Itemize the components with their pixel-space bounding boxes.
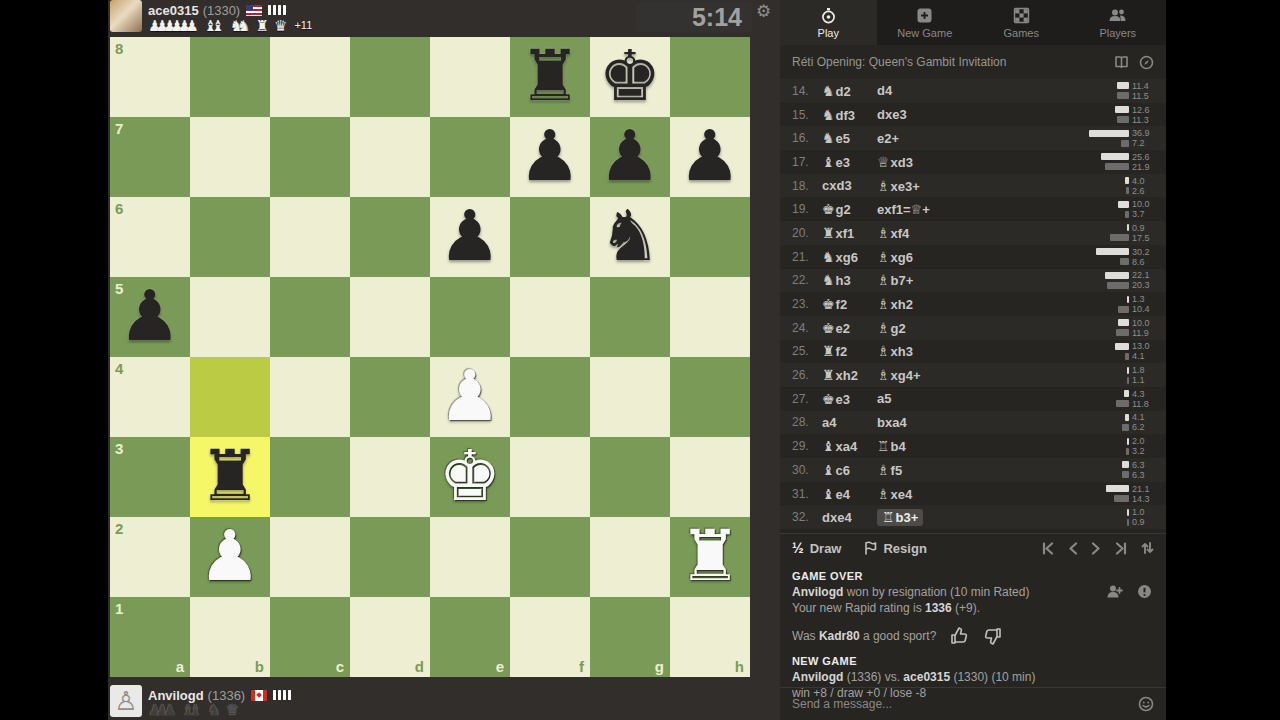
black-rook-b3[interactable]: ♜ [190, 437, 270, 517]
square-h4[interactable] [670, 357, 750, 437]
move-bcol[interactable]: bxa4 [877, 415, 992, 430]
square-b3[interactable]: ♜ [190, 437, 270, 517]
move-bcol[interactable]: ♗xg6 [877, 249, 992, 265]
captured-r-group: ♜ [256, 19, 269, 33]
square-e7[interactable] [430, 117, 510, 197]
move-times: 21.114.3 [1010, 484, 1160, 504]
square-b7[interactable] [190, 117, 270, 197]
add-friend-icon[interactable] [1106, 584, 1123, 599]
square-a5[interactable]: 5♟ [110, 277, 190, 357]
move-row-30: 30.♝c6♗f56.36.3 [780, 458, 1166, 482]
chat-bar: Send a message... [780, 687, 1166, 720]
smiley-icon[interactable] [1138, 696, 1154, 712]
move-row-29: 29.♝xa4♖b42.03.2 [780, 434, 1166, 458]
square-c4[interactable] [270, 357, 350, 437]
move-times: 13.04.1 [1010, 341, 1160, 361]
move-wcol[interactable]: ♝e4 [822, 486, 877, 502]
move-number: 23. [792, 297, 822, 311]
move-wcol[interactable]: a4 [822, 415, 877, 430]
black-rook-f8[interactable]: ♜ [510, 37, 590, 117]
captured-n-group: ♞ [207, 703, 220, 717]
move-bcol[interactable]: ♗xh3 [877, 343, 992, 359]
move-row-20: 20.♜xf1♗xf40.917.5 [780, 221, 1166, 245]
tab-players[interactable]: Players [1070, 0, 1167, 45]
sportsmanship-row: Was Kadr80 a good sport? [780, 618, 1166, 647]
square-e3[interactable]: ♚ [430, 437, 510, 517]
square-a6[interactable]: 6 [110, 197, 190, 277]
opponent-clock: 5:14 [636, 2, 752, 32]
move-row-26: 26.♜xh2♗xg4+1.81.1 [780, 363, 1166, 387]
move-number: 30. [792, 463, 822, 477]
move-wcol[interactable]: ♞h3 [822, 272, 877, 288]
square-g2[interactable] [590, 517, 670, 597]
square-c1[interactable]: c [270, 597, 350, 677]
rank-label: 1 [115, 600, 123, 617]
rank-label: 3 [115, 440, 123, 457]
black-pawn-h7[interactable]: ♟ [670, 117, 750, 197]
square-b5[interactable] [190, 277, 270, 357]
square-h7[interactable]: ♟ [670, 117, 750, 197]
tab-new-game[interactable]: New Game [877, 0, 974, 45]
move-bcol[interactable]: ♗g2 [877, 320, 992, 336]
square-d6[interactable] [350, 197, 430, 277]
white-king-e3[interactable]: ♚ [430, 437, 510, 517]
move-number: 31. [792, 487, 822, 501]
move-number: 24. [792, 321, 822, 335]
move-number: 32. [792, 510, 822, 524]
square-c3[interactable] [270, 437, 350, 517]
move-wcol[interactable]: dxe4 [822, 510, 877, 525]
explorer-icon[interactable] [1139, 55, 1154, 70]
square-b6[interactable] [190, 197, 270, 277]
square-g8[interactable]: ♚ [590, 37, 670, 117]
file-label: b [255, 658, 264, 675]
square-a8[interactable]: 8 [110, 37, 190, 117]
app-window: ace0315(1330) ♟♟♟♟♟♟♝♝♞♞♜♛+11 5:14 ⚙ 8♜♚… [0, 0, 1280, 720]
square-g6[interactable]: ♞ [590, 197, 670, 277]
move-bcol[interactable]: ♗xe3+ [877, 178, 992, 194]
move-wcol[interactable]: ♞d2 [822, 83, 877, 99]
move-number: 20. [792, 226, 822, 240]
chat-input[interactable]: Send a message... [792, 697, 892, 711]
avatar[interactable]: ♙ [110, 685, 142, 717]
move-row-22: 22.♞h3♗b7+22.120.3 [780, 269, 1166, 293]
move-times: 4.311.8 [1010, 389, 1160, 409]
square-f8[interactable]: ♜ [510, 37, 590, 117]
move-row-27: 27.♚e3a54.311.8 [780, 387, 1166, 411]
rank-label: 6 [115, 200, 123, 217]
move-times: 11.411.5 [1010, 81, 1160, 101]
move-bcol[interactable]: ♗xe4 [877, 486, 992, 502]
square-g1[interactable]: g [590, 597, 670, 677]
move-bcol[interactable]: ♖b4 [877, 438, 992, 454]
captured-p-group: ♟♟♟ [148, 703, 176, 717]
move-number: 28. [792, 415, 822, 429]
gear-icon[interactable]: ⚙ [756, 1, 771, 21]
square-b2[interactable]: ♟ [190, 517, 270, 597]
move-times: 25.621.9 [1010, 152, 1160, 172]
move-nav [1041, 541, 1154, 555]
square-h3[interactable] [670, 437, 750, 517]
square-e5[interactable] [430, 277, 510, 357]
game-over-title: GAME OVER [792, 570, 1154, 582]
square-g3[interactable] [590, 437, 670, 517]
move-row-15: 15.♞df3dxe312.611.3 [780, 103, 1166, 127]
move-number: 26. [792, 368, 822, 382]
white-pawn-b2[interactable]: ♟ [190, 517, 270, 597]
board-panel: ace0315(1330) ♟♟♟♟♟♟♝♝♞♞♜♛+11 5:14 ⚙ 8♜♚… [108, 0, 780, 720]
move-list: 14.♞d2d411.411.515.♞df3dxe312.611.316.♞e… [780, 79, 1166, 529]
file-label: a [176, 658, 184, 675]
rank-label: 2 [115, 520, 123, 537]
move-times: 0.917.5 [1010, 223, 1160, 243]
square-e8[interactable] [430, 37, 510, 117]
file-label: d [415, 658, 424, 675]
opening-name[interactable]: Réti Opening: Queen's Gambit Invitation [780, 45, 1166, 79]
move-wcol[interactable]: ♚e2 [822, 320, 877, 336]
connection-bars-icon [268, 3, 288, 18]
next-move-icon[interactable] [1091, 542, 1101, 555]
move-times: 30.28.6 [1010, 247, 1160, 267]
square-a7[interactable]: 7 [110, 117, 190, 197]
rank-label: 7 [115, 120, 123, 137]
square-h2[interactable]: ♜ [670, 517, 750, 597]
black-pawn-f7[interactable]: ♟ [510, 117, 590, 197]
rank-label: 5 [115, 280, 123, 297]
move-bcol[interactable]: ♗xh2 [877, 296, 992, 312]
square-e1[interactable]: e [430, 597, 510, 677]
move-wcol[interactable]: ♚f2 [822, 296, 877, 312]
square-f6[interactable] [510, 197, 590, 277]
move-row-14: 14.♞d2d411.411.5 [780, 79, 1166, 103]
captured-b-group: ♝♝ [181, 703, 202, 717]
move-times: 36.97.2 [1010, 128, 1160, 148]
square-d5[interactable] [350, 277, 430, 357]
move-row-19: 19.♚g2exf1=♕+10.03.7 [780, 197, 1166, 221]
square-h8[interactable] [670, 37, 750, 117]
move-number: 19. [792, 202, 822, 216]
move-bcol[interactable]: ♕xd3 [877, 154, 992, 170]
half-icon: ½ [792, 540, 804, 556]
rank-label: 4 [115, 360, 123, 377]
square-c8[interactable] [270, 37, 350, 117]
move-times: 10.03.7 [1010, 199, 1160, 219]
captured-n-group: ♞♞ [230, 19, 251, 33]
move-number: 16. [792, 131, 822, 145]
move-row-31: 31.♝e4♗xe421.114.3 [780, 482, 1166, 506]
file-label: c [336, 658, 344, 675]
square-a4[interactable]: 4 [110, 357, 190, 437]
canada-flag-icon [251, 690, 267, 701]
move-number: 21. [792, 250, 822, 264]
square-c2[interactable] [270, 517, 350, 597]
square-e6[interactable]: ♟ [430, 197, 510, 277]
move-number: 14. [792, 84, 822, 98]
move-bcol[interactable]: ♗f5 [877, 462, 992, 478]
white-pawn-e4[interactable]: ♟ [430, 357, 510, 437]
move-times: 12.611.3 [1010, 105, 1160, 125]
move-times: 6.36.3 [1010, 460, 1160, 480]
draw-button[interactable]: ½ Draw [792, 540, 841, 556]
file-label: g [655, 658, 664, 675]
square-c5[interactable] [270, 277, 350, 357]
move-row-21: 21.♞xg6♗xg630.28.6 [780, 245, 1166, 269]
move-wcol[interactable]: cxd3 [822, 178, 877, 193]
square-a1[interactable]: 1a [110, 597, 190, 677]
move-row-28: 28.a4bxa44.16.2 [780, 411, 1166, 435]
move-times: 1.81.1 [1010, 365, 1160, 385]
square-d1[interactable]: d [350, 597, 430, 677]
move-row-17: 17.♝e3♕xd325.621.9 [780, 150, 1166, 174]
tab-play[interactable]: Play [780, 0, 877, 45]
move-wcol[interactable]: ♜xh2 [822, 367, 877, 383]
us-flag-icon [246, 5, 262, 16]
square-f5[interactable] [510, 277, 590, 357]
square-b8[interactable] [190, 37, 270, 117]
move-times: 4.16.2 [1010, 412, 1160, 432]
move-bcol[interactable]: dxe3 [877, 107, 992, 122]
new-game-title: NEW GAME [792, 655, 1154, 667]
square-g7[interactable]: ♟ [590, 117, 670, 197]
black-knight-g6[interactable]: ♞ [590, 197, 670, 277]
move-number: 29. [792, 439, 822, 453]
player-name-top[interactable]: ace0315(1330) [148, 3, 288, 18]
captured-p-group: ♟♟♟♟♟♟ [148, 19, 199, 33]
square-f4[interactable] [510, 357, 590, 437]
move-bcol[interactable]: ♖b3+ [877, 509, 992, 525]
move-bcol[interactable]: a5 [877, 391, 992, 406]
square-e4[interactable]: ♟ [430, 357, 510, 437]
move-times: 4.02.6 [1010, 176, 1160, 196]
square-f2[interactable] [510, 517, 590, 597]
move-row-24: 24.♚e2♗g210.011.9 [780, 316, 1166, 340]
move-wcol[interactable]: ♜f2 [822, 343, 877, 359]
tab-games[interactable]: Games [973, 0, 1070, 45]
avatar[interactable] [110, 0, 142, 32]
move-wcol[interactable]: ♝xa4 [822, 438, 877, 454]
move-wcol[interactable]: ♝c6 [822, 462, 877, 478]
move-number: 15. [792, 108, 822, 122]
book-icon[interactable] [1114, 55, 1129, 69]
move-number: 22. [792, 273, 822, 287]
square-g5[interactable] [590, 277, 670, 357]
material-advantage: +11 [294, 19, 312, 31]
thumbs-up-icon[interactable] [950, 627, 969, 645]
square-a2[interactable]: 2 [110, 517, 190, 597]
move-row-18: 18.cxd3♗xe3+4.02.6 [780, 174, 1166, 198]
square-g4[interactable] [590, 357, 670, 437]
square-d7[interactable] [350, 117, 430, 197]
square-f7[interactable]: ♟ [510, 117, 590, 197]
captured-q-group: ♛ [226, 703, 239, 717]
last-move-icon[interactable] [1114, 542, 1128, 555]
report-icon[interactable] [1137, 584, 1152, 599]
captured-pieces-top: ♟♟♟♟♟♟♝♝♞♞♜♛+11 [148, 18, 312, 33]
flag-icon [863, 541, 877, 555]
move-times: 1.00.9 [1010, 507, 1160, 527]
move-wcol[interactable]: ♜xf1 [822, 225, 877, 241]
connection-bars-icon [273, 688, 293, 703]
square-d3[interactable] [350, 437, 430, 517]
file-label: h [735, 658, 744, 675]
sidebar: Play New Game Games Players Réti Opening… [780, 0, 1166, 720]
square-c7[interactable] [270, 117, 350, 197]
square-d8[interactable] [350, 37, 430, 117]
player-rating: (1330) [203, 3, 241, 18]
square-d2[interactable] [350, 517, 430, 597]
move-row-25: 25.♜f2♗xh313.04.1 [780, 340, 1166, 364]
move-times: 2.03.2 [1010, 436, 1160, 456]
move-times: 1.310.4 [1010, 294, 1160, 314]
chess-board[interactable]: 8♜♚7♟♟♟6♟♞5♟4♟3♜♚2♟♜1abcdefgh [110, 37, 750, 677]
move-times: 22.120.3 [1010, 270, 1160, 290]
square-a3[interactable]: 3 [110, 437, 190, 517]
bottom-player-row: ♙ Anvilogd(1336) ♟♟♟♝♝♞♛ 4:40 [108, 684, 780, 718]
move-bcol[interactable]: d4 [877, 83, 992, 98]
captured-pieces-bottom: ♟♟♟♝♝♞♛ [148, 703, 244, 717]
square-h5[interactable] [670, 277, 750, 357]
move-number: 18. [792, 179, 822, 193]
white-rook-h2[interactable]: ♜ [670, 517, 750, 597]
move-wcol[interactable]: ♚g2 [822, 201, 877, 217]
move-bcol[interactable]: exf1=♕+ [877, 202, 992, 217]
prev-move-icon[interactable] [1068, 542, 1078, 555]
square-c6[interactable] [270, 197, 350, 277]
move-times: 10.011.9 [1010, 318, 1160, 338]
move-number: 17. [792, 155, 822, 169]
first-move-icon[interactable] [1041, 542, 1055, 555]
square-d4[interactable] [350, 357, 430, 437]
resign-button[interactable]: Resign [863, 541, 926, 556]
square-h6[interactable] [670, 197, 750, 277]
thumbs-down-icon[interactable] [983, 627, 1002, 645]
square-b4[interactable] [190, 357, 270, 437]
black-king-g8[interactable]: ♚ [590, 37, 670, 117]
captured-q-group: ♛ [274, 19, 287, 33]
tab-bar: Play New Game Games Players [780, 0, 1166, 45]
square-e2[interactable] [430, 517, 510, 597]
flip-board-icon[interactable] [1141, 541, 1154, 555]
square-h1[interactable]: h [670, 597, 750, 677]
move-bcol[interactable]: ♗xf4 [877, 225, 992, 241]
square-f1[interactable]: f [510, 597, 590, 677]
move-wcol[interactable]: ♞df3 [822, 107, 877, 123]
move-bcol[interactable]: e2+ [877, 131, 992, 146]
file-label: e [496, 658, 504, 675]
move-wcol[interactable]: ♞xg6 [822, 249, 877, 265]
move-row-16: 16.♞e5e2+36.97.2 [780, 126, 1166, 150]
square-f3[interactable] [510, 437, 590, 517]
move-wcol[interactable]: ♝e3 [822, 154, 877, 170]
top-player-row: ace0315(1330) ♟♟♟♟♟♟♝♝♞♞♜♛+11 5:14 ⚙ [108, 0, 780, 34]
black-pawn-e6[interactable]: ♟ [430, 197, 510, 277]
move-wcol[interactable]: ♚e3 [822, 391, 877, 407]
captured-b-group: ♝♝ [204, 19, 225, 33]
game-over-panel: GAME OVER Anvilogd won by resignation (1… [780, 562, 1166, 618]
action-bar: ½ Draw Resign [780, 533, 1166, 562]
rank-label: 8 [115, 40, 123, 57]
move-row-23: 23.♚f2♗xh21.310.4 [780, 292, 1166, 316]
square-b1[interactable]: b [190, 597, 270, 677]
file-label: f [579, 658, 584, 675]
move-bcol[interactable]: ♗b7+ [877, 272, 992, 288]
move-number: 25. [792, 344, 822, 358]
move-number: 27. [792, 392, 822, 406]
move-bcol[interactable]: ♗xg4+ [877, 367, 992, 383]
move-row-32: 32.dxe4♖b3+1.00.9 [780, 505, 1166, 529]
black-pawn-g7[interactable]: ♟ [590, 117, 670, 197]
move-wcol[interactable]: ♞e5 [822, 130, 877, 146]
